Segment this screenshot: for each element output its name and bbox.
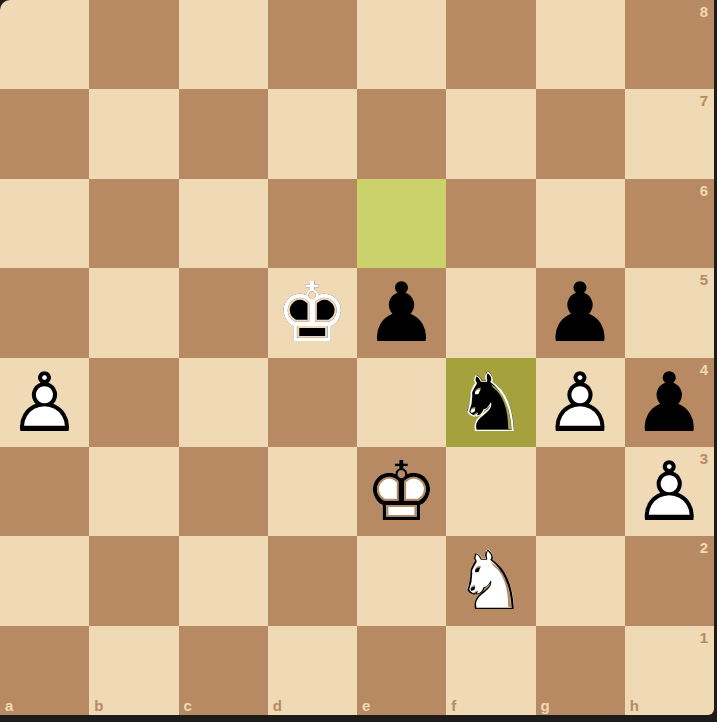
white-pawn-outline-icon: ♙ — [536, 358, 625, 447]
square-e8[interactable] — [357, 0, 446, 89]
square-d3[interactable] — [268, 447, 357, 536]
file-label-d: d — [273, 697, 282, 714]
square-b4[interactable] — [89, 358, 178, 447]
square-g4[interactable]: ♟♙ — [536, 358, 625, 447]
white-pawn-outline-icon: ♙ — [625, 447, 714, 536]
square-a8[interactable] — [0, 0, 89, 89]
file-label-g: g — [541, 697, 550, 714]
piece-white-knight[interactable]: ♞♘ — [446, 536, 535, 625]
square-g1[interactable]: g — [536, 626, 625, 715]
rank-label-1: 1 — [700, 629, 708, 646]
square-h6[interactable]: 6 — [625, 179, 714, 268]
square-a2[interactable] — [0, 536, 89, 625]
black-pawn-icon: ♟ — [357, 268, 446, 357]
file-label-c: c — [184, 697, 192, 714]
square-g8[interactable] — [536, 0, 625, 89]
square-a4[interactable]: ♟♙ — [0, 358, 89, 447]
square-f3[interactable] — [446, 447, 535, 536]
piece-white-pawn[interactable]: ♟♙ — [625, 447, 714, 536]
black-king-outline-icon: ♔ — [268, 268, 357, 357]
square-d5[interactable]: ♚♔ — [268, 268, 357, 357]
rank-label-5: 5 — [700, 271, 708, 288]
square-g7[interactable] — [536, 89, 625, 178]
black-pawn-icon: ♟ — [625, 358, 714, 447]
square-b2[interactable] — [89, 536, 178, 625]
rank-label-6: 6 — [700, 182, 708, 199]
square-f4[interactable]: ♞♘ — [446, 358, 535, 447]
black-pawn-icon: ♟ — [536, 268, 625, 357]
square-c1[interactable]: c — [179, 626, 268, 715]
square-e3[interactable]: ♚♔ — [357, 447, 446, 536]
square-a5[interactable] — [0, 268, 89, 357]
square-a7[interactable] — [0, 89, 89, 178]
square-f1[interactable]: f — [446, 626, 535, 715]
square-c6[interactable] — [179, 179, 268, 268]
square-d7[interactable] — [268, 89, 357, 178]
square-b7[interactable] — [89, 89, 178, 178]
square-e5[interactable]: ♟ — [357, 268, 446, 357]
square-g3[interactable] — [536, 447, 625, 536]
file-label-b: b — [94, 697, 103, 714]
square-h5[interactable]: 5 — [625, 268, 714, 357]
square-e6[interactable] — [357, 179, 446, 268]
square-g5[interactable]: ♟ — [536, 268, 625, 357]
square-h4[interactable]: 4♟ — [625, 358, 714, 447]
chessboard: 876♚♔♟♟5♟♙♞♘♟♙4♟♚♔3♟♙♞♘2abcdefg1h — [0, 0, 714, 715]
black-knight-outline-icon: ♘ — [446, 358, 535, 447]
square-h7[interactable]: 7 — [625, 89, 714, 178]
square-c5[interactable] — [179, 268, 268, 357]
square-c7[interactable] — [179, 89, 268, 178]
piece-white-pawn[interactable]: ♟♙ — [536, 358, 625, 447]
piece-black-pawn[interactable]: ♟ — [357, 268, 446, 357]
piece-black-pawn[interactable]: ♟ — [625, 358, 714, 447]
white-king-outline-icon: ♔ — [357, 447, 446, 536]
piece-white-king[interactable]: ♚♔ — [357, 447, 446, 536]
square-e2[interactable] — [357, 536, 446, 625]
rank-label-8: 8 — [700, 3, 708, 20]
square-c4[interactable] — [179, 358, 268, 447]
file-label-a: a — [5, 697, 13, 714]
file-label-f: f — [451, 697, 456, 714]
square-f5[interactable] — [446, 268, 535, 357]
square-h1[interactable]: 1h — [625, 626, 714, 715]
piece-black-knight[interactable]: ♞♘ — [446, 358, 535, 447]
square-f6[interactable] — [446, 179, 535, 268]
square-a3[interactable] — [0, 447, 89, 536]
square-d4[interactable] — [268, 358, 357, 447]
square-c2[interactable] — [179, 536, 268, 625]
rank-label-7: 7 — [700, 92, 708, 109]
square-d2[interactable] — [268, 536, 357, 625]
square-b8[interactable] — [89, 0, 178, 89]
white-pawn-icon: ♟ — [0, 358, 89, 447]
piece-black-king[interactable]: ♚♔ — [268, 268, 357, 357]
square-h8[interactable]: 8 — [625, 0, 714, 89]
square-f7[interactable] — [446, 89, 535, 178]
white-knight-outline-icon: ♘ — [446, 536, 535, 625]
piece-white-pawn[interactable]: ♟♙ — [0, 358, 89, 447]
white-king-icon: ♚ — [357, 447, 446, 536]
square-g6[interactable] — [536, 179, 625, 268]
black-knight-icon: ♞ — [446, 358, 535, 447]
file-label-h: h — [630, 697, 639, 714]
square-e7[interactable] — [357, 89, 446, 178]
square-f8[interactable] — [446, 0, 535, 89]
square-b3[interactable] — [89, 447, 178, 536]
white-knight-icon: ♞ — [446, 536, 535, 625]
square-c8[interactable] — [179, 0, 268, 89]
square-h3[interactable]: 3♟♙ — [625, 447, 714, 536]
square-d6[interactable] — [268, 179, 357, 268]
white-pawn-outline-icon: ♙ — [0, 358, 89, 447]
white-pawn-icon: ♟ — [536, 358, 625, 447]
square-b1[interactable]: b — [89, 626, 178, 715]
square-c3[interactable] — [179, 447, 268, 536]
square-a6[interactable] — [0, 179, 89, 268]
square-b5[interactable] — [89, 268, 178, 357]
square-a1[interactable]: a — [0, 626, 89, 715]
square-g2[interactable] — [536, 536, 625, 625]
square-d1[interactable]: d — [268, 626, 357, 715]
square-b6[interactable] — [89, 179, 178, 268]
square-e1[interactable]: e — [357, 626, 446, 715]
square-h2[interactable]: 2 — [625, 536, 714, 625]
file-label-e: e — [362, 697, 370, 714]
square-d8[interactable] — [268, 0, 357, 89]
white-pawn-icon: ♟ — [625, 447, 714, 536]
rank-label-2: 2 — [700, 539, 708, 556]
black-king-icon: ♚ — [268, 268, 357, 357]
square-e4[interactable] — [357, 358, 446, 447]
square-f2[interactable]: ♞♘ — [446, 536, 535, 625]
piece-black-pawn[interactable]: ♟ — [536, 268, 625, 357]
